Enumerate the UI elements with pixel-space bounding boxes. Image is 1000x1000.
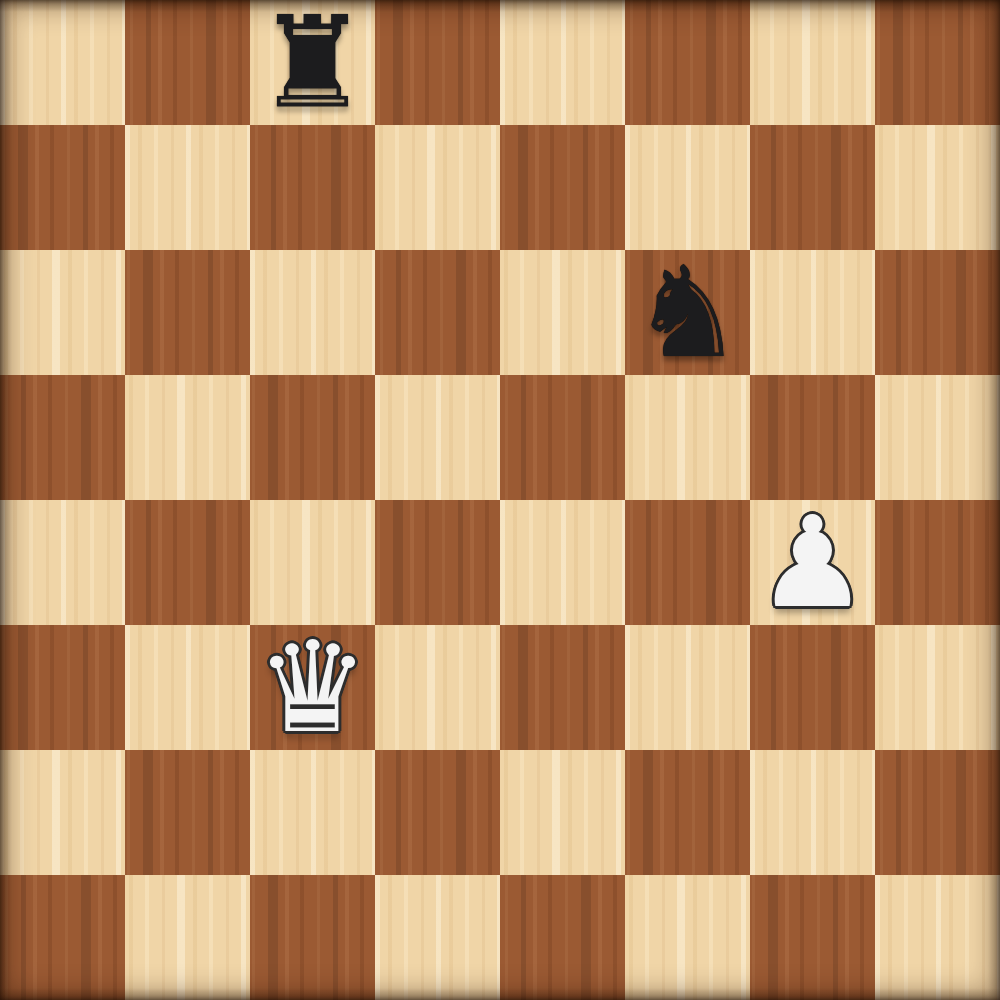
square-a6[interactable]	[0, 250, 125, 375]
square-a1[interactable]	[0, 875, 125, 1000]
square-b3[interactable]	[125, 625, 250, 750]
square-b8[interactable]	[125, 0, 250, 125]
square-a5[interactable]	[0, 375, 125, 500]
square-f5[interactable]	[625, 375, 750, 500]
square-a3[interactable]	[0, 625, 125, 750]
square-h1[interactable]	[875, 875, 1000, 1000]
piece-black-rook[interactable]: ♜	[256, 0, 369, 125]
square-f2[interactable]	[625, 750, 750, 875]
piece-white-queen[interactable]: ♛	[256, 625, 369, 750]
square-c6[interactable]	[250, 250, 375, 375]
square-e1[interactable]	[500, 875, 625, 1000]
square-c7[interactable]	[250, 125, 375, 250]
square-e6[interactable]	[500, 250, 625, 375]
square-f1[interactable]	[625, 875, 750, 1000]
square-a4[interactable]	[0, 500, 125, 625]
square-e4[interactable]	[500, 500, 625, 625]
square-d2[interactable]	[375, 750, 500, 875]
square-h3[interactable]	[875, 625, 1000, 750]
square-e3[interactable]	[500, 625, 625, 750]
square-h6[interactable]	[875, 250, 1000, 375]
square-d1[interactable]	[375, 875, 500, 1000]
square-b4[interactable]	[125, 500, 250, 625]
square-c8[interactable]: ♜	[250, 0, 375, 125]
square-b5[interactable]	[125, 375, 250, 500]
square-h5[interactable]	[875, 375, 1000, 500]
chess-board: ♜♞♟♛	[0, 0, 1000, 1000]
square-d4[interactable]	[375, 500, 500, 625]
square-h4[interactable]	[875, 500, 1000, 625]
square-h8[interactable]	[875, 0, 1000, 125]
square-e8[interactable]	[500, 0, 625, 125]
square-c5[interactable]	[250, 375, 375, 500]
square-g2[interactable]	[750, 750, 875, 875]
square-a2[interactable]	[0, 750, 125, 875]
piece-black-knight[interactable]: ♞	[631, 250, 744, 375]
square-g5[interactable]	[750, 375, 875, 500]
square-c2[interactable]	[250, 750, 375, 875]
square-d8[interactable]	[375, 0, 500, 125]
square-g8[interactable]	[750, 0, 875, 125]
square-g1[interactable]	[750, 875, 875, 1000]
square-d6[interactable]	[375, 250, 500, 375]
square-c4[interactable]	[250, 500, 375, 625]
square-f7[interactable]	[625, 125, 750, 250]
square-c1[interactable]	[250, 875, 375, 1000]
square-f3[interactable]	[625, 625, 750, 750]
square-e5[interactable]	[500, 375, 625, 500]
square-f4[interactable]	[625, 500, 750, 625]
square-c3[interactable]: ♛	[250, 625, 375, 750]
piece-white-pawn[interactable]: ♟	[756, 500, 869, 625]
square-b6[interactable]	[125, 250, 250, 375]
square-d5[interactable]	[375, 375, 500, 500]
square-e7[interactable]	[500, 125, 625, 250]
square-b1[interactable]	[125, 875, 250, 1000]
square-d3[interactable]	[375, 625, 500, 750]
square-h7[interactable]	[875, 125, 1000, 250]
square-a8[interactable]	[0, 0, 125, 125]
square-g6[interactable]	[750, 250, 875, 375]
square-b7[interactable]	[125, 125, 250, 250]
square-g3[interactable]	[750, 625, 875, 750]
square-g4[interactable]: ♟	[750, 500, 875, 625]
square-e2[interactable]	[500, 750, 625, 875]
square-f6[interactable]: ♞	[625, 250, 750, 375]
square-g7[interactable]	[750, 125, 875, 250]
square-h2[interactable]	[875, 750, 1000, 875]
square-a7[interactable]	[0, 125, 125, 250]
square-f8[interactable]	[625, 0, 750, 125]
square-d7[interactable]	[375, 125, 500, 250]
square-b2[interactable]	[125, 750, 250, 875]
